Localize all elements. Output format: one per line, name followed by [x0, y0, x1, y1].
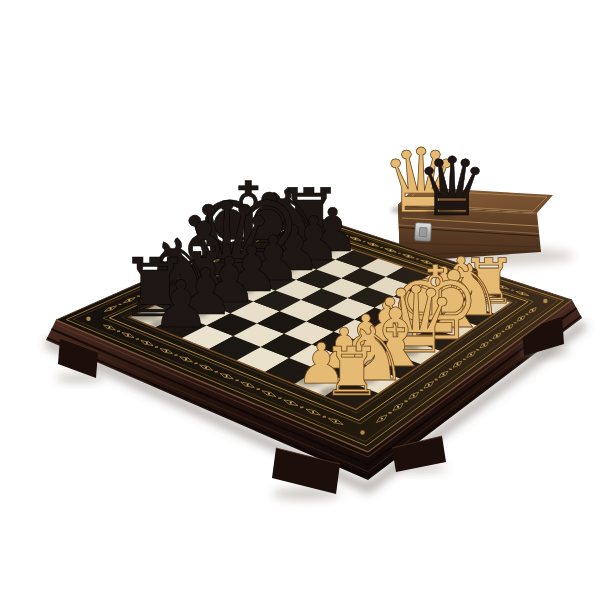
foot-shadow-left — [56, 373, 104, 383]
piece-black-pawn-a7: ♟ — [152, 267, 210, 342]
chess-set-scene: ♛♛♜♟♞♟♝♟♚♟♛♟♝♟♟♜♞♟♟♞♜♟♝♟♟♚♟♛♟♝♟♞♟♜ — [0, 0, 600, 600]
piece-white-rook-a1: ♜ — [322, 333, 382, 411]
extra-piece-black-queen: ♛ — [416, 140, 489, 234]
chess-set-photo: ♛♛♜♟♞♟♝♟♚♟♛♟♝♟♟♜♞♟♟♞♜♟♝♟♟♚♟♛♟♝♟♞♟♜ — [0, 0, 600, 600]
